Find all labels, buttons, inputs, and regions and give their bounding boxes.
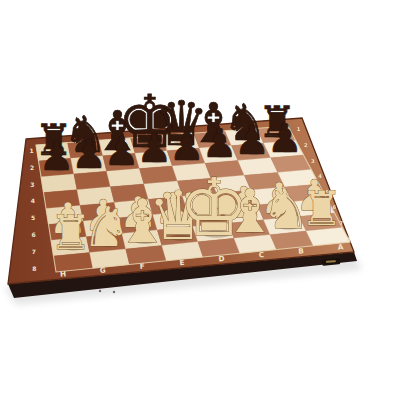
file-label-b: B: [298, 246, 304, 255]
rank-label-left-4: 4: [31, 197, 35, 204]
piece-light-r-a7: ♜: [301, 181, 344, 236]
rank-label-right-8: 8: [347, 236, 351, 242]
piece-dark-p-f2: ♟: [104, 128, 140, 174]
piece-dark-p-g2: ♟: [71, 131, 107, 177]
file-label-h: H: [60, 269, 67, 279]
piece-dark-p-a2: ♟: [267, 115, 303, 161]
chess-board-photo: HGFEDCBA1234567812345678♜♞♝♚♛♝♞♜♟♟♟♟♟♟♟♟…: [0, 0, 400, 400]
hinge-dot: [99, 290, 101, 292]
piece-dark-p-c2: ♟: [202, 120, 238, 166]
file-label-f: F: [139, 262, 145, 271]
rank-label-left-1: 1: [30, 147, 34, 154]
rank-label-left-3: 3: [30, 181, 34, 188]
rank-label-left-8: 8: [32, 265, 36, 272]
file-label-c: C: [258, 250, 264, 259]
product-photo-background: HGFEDCBA1234567812345678♜♞♝♚♛♝♞♜♟♟♟♟♟♟♟♟…: [0, 0, 400, 400]
rank-label-right-2: 2: [304, 142, 308, 148]
piece-dark-p-h2: ♟: [39, 133, 75, 179]
rank-label-left-7: 7: [32, 248, 36, 255]
piece-dark-p-e2: ♟: [136, 125, 172, 171]
board-layers: HGFEDCBA1234567812345678♜♞♝♚♛♝♞♜♟♟♟♟♟♟♟♟…: [4, 79, 362, 305]
rank-label-left-6: 6: [31, 231, 35, 238]
hinge-dot: [113, 291, 115, 293]
file-label-e: E: [179, 258, 185, 267]
rank-label-left-2: 2: [30, 164, 34, 171]
rank-label-right-3: 3: [311, 158, 315, 164]
piece-dark-p-b2: ♟: [234, 117, 270, 163]
file-label-g: G: [99, 266, 106, 276]
file-label-d: D: [218, 254, 225, 264]
rank-label-left-5: 5: [31, 214, 35, 221]
